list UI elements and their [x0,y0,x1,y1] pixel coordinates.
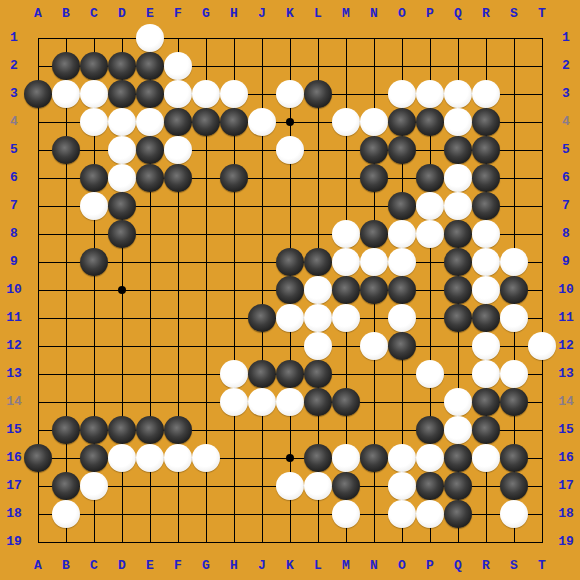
intersection-C9[interactable] [80,248,108,276]
intersection-H4[interactable] [220,108,248,136]
intersection-K12[interactable] [276,332,304,360]
intersection-E18[interactable] [136,500,164,528]
intersection-O14[interactable] [388,388,416,416]
intersection-M12[interactable] [332,332,360,360]
intersection-D12[interactable] [108,332,136,360]
intersection-A11[interactable] [24,304,52,332]
intersection-R14[interactable] [472,388,500,416]
intersection-B10[interactable] [52,276,80,304]
intersection-R7[interactable] [472,192,500,220]
intersection-C8[interactable] [80,220,108,248]
intersection-C7[interactable] [80,192,108,220]
intersection-N11[interactable] [360,304,388,332]
intersection-D11[interactable] [108,304,136,332]
intersection-S10[interactable] [500,276,528,304]
intersection-A5[interactable] [24,136,52,164]
intersection-Q10[interactable] [444,276,472,304]
intersection-F13[interactable] [164,360,192,388]
intersection-E11[interactable] [136,304,164,332]
intersection-E19[interactable] [136,528,164,556]
intersection-J3[interactable] [248,80,276,108]
intersection-K18[interactable] [276,500,304,528]
intersection-S13[interactable] [500,360,528,388]
intersection-B14[interactable] [52,388,80,416]
intersection-O3[interactable] [388,80,416,108]
intersection-P7[interactable] [416,192,444,220]
intersection-H17[interactable] [220,472,248,500]
intersection-A10[interactable] [24,276,52,304]
intersection-K1[interactable] [276,24,304,52]
intersection-D6[interactable] [108,164,136,192]
intersection-A18[interactable] [24,500,52,528]
intersection-H1[interactable] [220,24,248,52]
intersection-Q4[interactable] [444,108,472,136]
intersection-G13[interactable] [192,360,220,388]
intersection-D3[interactable] [108,80,136,108]
intersection-G7[interactable] [192,192,220,220]
intersection-P18[interactable] [416,500,444,528]
intersection-J7[interactable] [248,192,276,220]
intersection-Q7[interactable] [444,192,472,220]
intersection-R16[interactable] [472,444,500,472]
intersection-O13[interactable] [388,360,416,388]
intersection-E9[interactable] [136,248,164,276]
intersection-L7[interactable] [304,192,332,220]
intersection-J14[interactable] [248,388,276,416]
intersection-P4[interactable] [416,108,444,136]
intersection-H11[interactable] [220,304,248,332]
intersection-D17[interactable] [108,472,136,500]
intersection-O6[interactable] [388,164,416,192]
intersection-K5[interactable] [276,136,304,164]
intersection-R17[interactable] [472,472,500,500]
intersection-D13[interactable] [108,360,136,388]
intersection-F6[interactable] [164,164,192,192]
intersection-H10[interactable] [220,276,248,304]
intersection-C10[interactable] [80,276,108,304]
intersection-M19[interactable] [332,528,360,556]
intersection-E2[interactable] [136,52,164,80]
intersection-Q11[interactable] [444,304,472,332]
intersection-N13[interactable] [360,360,388,388]
intersection-A17[interactable] [24,472,52,500]
intersection-L4[interactable] [304,108,332,136]
intersection-J8[interactable] [248,220,276,248]
intersection-K14[interactable] [276,388,304,416]
intersection-E12[interactable] [136,332,164,360]
intersection-S3[interactable] [500,80,528,108]
intersection-M1[interactable] [332,24,360,52]
intersection-P19[interactable] [416,528,444,556]
intersection-B17[interactable] [52,472,80,500]
intersection-O7[interactable] [388,192,416,220]
intersection-C14[interactable] [80,388,108,416]
intersection-F15[interactable] [164,416,192,444]
intersection-A14[interactable] [24,388,52,416]
intersection-Q2[interactable] [444,52,472,80]
intersection-F12[interactable] [164,332,192,360]
intersection-R10[interactable] [472,276,500,304]
intersection-K10[interactable] [276,276,304,304]
intersection-N15[interactable] [360,416,388,444]
intersection-M2[interactable] [332,52,360,80]
intersection-L6[interactable] [304,164,332,192]
intersection-M14[interactable] [332,388,360,416]
intersection-K6[interactable] [276,164,304,192]
intersection-H15[interactable] [220,416,248,444]
intersection-O1[interactable] [388,24,416,52]
intersection-L1[interactable] [304,24,332,52]
intersection-M7[interactable] [332,192,360,220]
intersection-L5[interactable] [304,136,332,164]
intersection-R2[interactable] [472,52,500,80]
intersection-K9[interactable] [276,248,304,276]
intersection-R1[interactable] [472,24,500,52]
intersection-G11[interactable] [192,304,220,332]
intersection-N16[interactable] [360,444,388,472]
intersection-F2[interactable] [164,52,192,80]
intersection-B5[interactable] [52,136,80,164]
intersection-D5[interactable] [108,136,136,164]
intersection-M10[interactable] [332,276,360,304]
intersection-C1[interactable] [80,24,108,52]
intersection-N7[interactable] [360,192,388,220]
intersection-P3[interactable] [416,80,444,108]
intersection-G15[interactable] [192,416,220,444]
intersection-P15[interactable] [416,416,444,444]
intersection-L2[interactable] [304,52,332,80]
intersection-D15[interactable] [108,416,136,444]
intersection-L9[interactable] [304,248,332,276]
intersection-F3[interactable] [164,80,192,108]
intersection-R3[interactable] [472,80,500,108]
intersection-B1[interactable] [52,24,80,52]
intersection-O16[interactable] [388,444,416,472]
intersection-G14[interactable] [192,388,220,416]
intersection-E1[interactable] [136,24,164,52]
intersection-N6[interactable] [360,164,388,192]
intersection-L8[interactable] [304,220,332,248]
intersection-P13[interactable] [416,360,444,388]
intersection-M18[interactable] [332,500,360,528]
intersection-G9[interactable] [192,248,220,276]
intersection-B19[interactable] [52,528,80,556]
intersection-A15[interactable] [24,416,52,444]
intersection-G12[interactable] [192,332,220,360]
intersection-B18[interactable] [52,500,80,528]
intersection-N9[interactable] [360,248,388,276]
intersection-P1[interactable] [416,24,444,52]
intersection-A12[interactable] [24,332,52,360]
intersection-O11[interactable] [388,304,416,332]
intersection-F11[interactable] [164,304,192,332]
intersection-F18[interactable] [164,500,192,528]
intersection-N8[interactable] [360,220,388,248]
intersection-Q12[interactable] [444,332,472,360]
intersection-G16[interactable] [192,444,220,472]
intersection-A1[interactable] [24,24,52,52]
intersection-C17[interactable] [80,472,108,500]
intersection-N10[interactable] [360,276,388,304]
intersection-Q6[interactable] [444,164,472,192]
intersection-J13[interactable] [248,360,276,388]
intersection-B9[interactable] [52,248,80,276]
intersection-D14[interactable] [108,388,136,416]
intersection-E14[interactable] [136,388,164,416]
intersection-S15[interactable] [500,416,528,444]
intersection-C19[interactable] [80,528,108,556]
intersection-M5[interactable] [332,136,360,164]
intersection-D9[interactable] [108,248,136,276]
intersection-D18[interactable] [108,500,136,528]
intersection-C3[interactable] [80,80,108,108]
intersection-M4[interactable] [332,108,360,136]
intersection-D4[interactable] [108,108,136,136]
intersection-A9[interactable] [24,248,52,276]
intersection-C5[interactable] [80,136,108,164]
intersection-L13[interactable] [304,360,332,388]
intersection-O9[interactable] [388,248,416,276]
intersection-H12[interactable] [220,332,248,360]
intersection-R6[interactable] [472,164,500,192]
intersection-A4[interactable] [24,108,52,136]
intersection-P14[interactable] [416,388,444,416]
intersection-A8[interactable] [24,220,52,248]
intersection-K3[interactable] [276,80,304,108]
intersection-G10[interactable] [192,276,220,304]
intersection-O4[interactable] [388,108,416,136]
intersection-N17[interactable] [360,472,388,500]
intersection-O5[interactable] [388,136,416,164]
intersection-P10[interactable] [416,276,444,304]
intersection-J4[interactable] [248,108,276,136]
intersection-J16[interactable] [248,444,276,472]
intersection-Q16[interactable] [444,444,472,472]
intersection-F8[interactable] [164,220,192,248]
intersection-B3[interactable] [52,80,80,108]
intersection-M9[interactable] [332,248,360,276]
intersection-Q19[interactable] [444,528,472,556]
intersection-N3[interactable] [360,80,388,108]
intersection-S16[interactable] [500,444,528,472]
intersection-K11[interactable] [276,304,304,332]
intersection-G6[interactable] [192,164,220,192]
intersection-P5[interactable] [416,136,444,164]
intersection-S7[interactable] [500,192,528,220]
intersection-E7[interactable] [136,192,164,220]
intersection-K2[interactable] [276,52,304,80]
intersection-O17[interactable] [388,472,416,500]
intersection-O8[interactable] [388,220,416,248]
intersection-H6[interactable] [220,164,248,192]
intersection-S12[interactable] [500,332,528,360]
intersection-P16[interactable] [416,444,444,472]
intersection-E6[interactable] [136,164,164,192]
intersection-M13[interactable] [332,360,360,388]
intersection-E15[interactable] [136,416,164,444]
intersection-R11[interactable] [472,304,500,332]
intersection-J11[interactable] [248,304,276,332]
intersection-Q1[interactable] [444,24,472,52]
intersection-Q14[interactable] [444,388,472,416]
intersection-N12[interactable] [360,332,388,360]
intersection-C13[interactable] [80,360,108,388]
intersection-D19[interactable] [108,528,136,556]
intersection-O19[interactable] [388,528,416,556]
intersection-G1[interactable] [192,24,220,52]
intersection-G4[interactable] [192,108,220,136]
intersection-A13[interactable] [24,360,52,388]
intersection-F7[interactable] [164,192,192,220]
intersection-O15[interactable] [388,416,416,444]
intersection-N19[interactable] [360,528,388,556]
intersection-C11[interactable] [80,304,108,332]
intersection-N5[interactable] [360,136,388,164]
intersection-M15[interactable] [332,416,360,444]
intersection-H19[interactable] [220,528,248,556]
intersection-J18[interactable] [248,500,276,528]
intersection-A16[interactable] [24,444,52,472]
intersection-R12[interactable] [472,332,500,360]
intersection-G19[interactable] [192,528,220,556]
intersection-G5[interactable] [192,136,220,164]
intersection-S17[interactable] [500,472,528,500]
intersection-B2[interactable] [52,52,80,80]
intersection-R15[interactable] [472,416,500,444]
intersection-H18[interactable] [220,500,248,528]
intersection-E16[interactable] [136,444,164,472]
intersection-K13[interactable] [276,360,304,388]
intersection-A6[interactable] [24,164,52,192]
intersection-J15[interactable] [248,416,276,444]
intersection-F5[interactable] [164,136,192,164]
intersection-H8[interactable] [220,220,248,248]
intersection-S1[interactable] [500,24,528,52]
intersection-B13[interactable] [52,360,80,388]
intersection-L16[interactable] [304,444,332,472]
intersection-F19[interactable] [164,528,192,556]
intersection-F14[interactable] [164,388,192,416]
intersection-D1[interactable] [108,24,136,52]
intersection-F9[interactable] [164,248,192,276]
intersection-S18[interactable] [500,500,528,528]
intersection-E3[interactable] [136,80,164,108]
intersection-F1[interactable] [164,24,192,52]
intersection-K8[interactable] [276,220,304,248]
intersection-Q8[interactable] [444,220,472,248]
intersection-S5[interactable] [500,136,528,164]
intersection-F16[interactable] [164,444,192,472]
intersection-L19[interactable] [304,528,332,556]
intersection-R13[interactable] [472,360,500,388]
intersection-H14[interactable] [220,388,248,416]
intersection-L15[interactable] [304,416,332,444]
intersection-N1[interactable] [360,24,388,52]
intersection-B7[interactable] [52,192,80,220]
intersection-H7[interactable] [220,192,248,220]
intersection-S19[interactable] [500,528,528,556]
intersection-P12[interactable] [416,332,444,360]
intersection-B6[interactable] [52,164,80,192]
intersection-L3[interactable] [304,80,332,108]
intersection-N4[interactable] [360,108,388,136]
intersection-M16[interactable] [332,444,360,472]
intersection-C4[interactable] [80,108,108,136]
intersection-S6[interactable] [500,164,528,192]
intersection-J17[interactable] [248,472,276,500]
intersection-L14[interactable] [304,388,332,416]
intersection-M11[interactable] [332,304,360,332]
intersection-R5[interactable] [472,136,500,164]
intersection-P2[interactable] [416,52,444,80]
intersection-K7[interactable] [276,192,304,220]
intersection-H5[interactable] [220,136,248,164]
intersection-H16[interactable] [220,444,248,472]
intersection-Q9[interactable] [444,248,472,276]
intersection-O10[interactable] [388,276,416,304]
intersection-J6[interactable] [248,164,276,192]
intersection-G2[interactable] [192,52,220,80]
intersection-Q3[interactable] [444,80,472,108]
intersection-O2[interactable] [388,52,416,80]
intersection-C12[interactable] [80,332,108,360]
intersection-K19[interactable] [276,528,304,556]
intersection-E5[interactable] [136,136,164,164]
intersection-D8[interactable] [108,220,136,248]
intersection-J12[interactable] [248,332,276,360]
intersection-K17[interactable] [276,472,304,500]
intersection-Q18[interactable] [444,500,472,528]
intersection-N14[interactable] [360,388,388,416]
intersection-E13[interactable] [136,360,164,388]
intersection-L11[interactable] [304,304,332,332]
intersection-S9[interactable] [500,248,528,276]
intersection-B11[interactable] [52,304,80,332]
intersection-N18[interactable] [360,500,388,528]
intersection-S8[interactable] [500,220,528,248]
intersection-S4[interactable] [500,108,528,136]
intersection-G8[interactable] [192,220,220,248]
intersection-M17[interactable] [332,472,360,500]
intersection-C6[interactable] [80,164,108,192]
intersection-M8[interactable] [332,220,360,248]
intersection-B8[interactable] [52,220,80,248]
intersection-R9[interactable] [472,248,500,276]
intersection-Q17[interactable] [444,472,472,500]
intersection-A7[interactable] [24,192,52,220]
intersection-E10[interactable] [136,276,164,304]
intersection-P9[interactable] [416,248,444,276]
intersection-G3[interactable] [192,80,220,108]
intersection-H9[interactable] [220,248,248,276]
intersection-Q13[interactable] [444,360,472,388]
intersection-G18[interactable] [192,500,220,528]
intersection-R19[interactable] [472,528,500,556]
intersection-B4[interactable] [52,108,80,136]
intersection-O18[interactable] [388,500,416,528]
intersection-F10[interactable] [164,276,192,304]
intersection-E8[interactable] [136,220,164,248]
intersection-B12[interactable] [52,332,80,360]
intersection-A19[interactable] [24,528,52,556]
intersection-M6[interactable] [332,164,360,192]
intersection-B16[interactable] [52,444,80,472]
intersection-P6[interactable] [416,164,444,192]
intersection-F17[interactable] [164,472,192,500]
intersection-J10[interactable] [248,276,276,304]
intersection-R4[interactable] [472,108,500,136]
intersection-J1[interactable] [248,24,276,52]
